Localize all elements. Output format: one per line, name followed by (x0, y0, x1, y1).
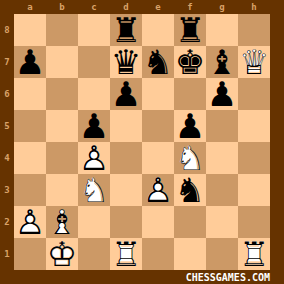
rank-label-2: 2 (0, 206, 14, 238)
square-a4[interactable] (14, 142, 46, 174)
piece-glyph-solid: ♞ (174, 174, 206, 206)
square-b7[interactable] (46, 46, 78, 78)
file-label-e: e (142, 0, 174, 14)
square-a6[interactable] (14, 78, 46, 110)
square-c8[interactable] (78, 14, 110, 46)
piece-white-pawn[interactable]: ♟♙ (14, 206, 46, 238)
square-e2[interactable] (142, 206, 174, 238)
square-a7[interactable]: ♟ (14, 46, 46, 78)
piece-white-rook[interactable]: ♜♖ (110, 238, 142, 270)
rank-label-3: 3 (0, 174, 14, 206)
square-e7[interactable]: ♞ (142, 46, 174, 78)
piece-glyph-solid: ♟ (14, 46, 46, 78)
piece-glyph-solid: ♟ (110, 78, 142, 110)
piece-white-king[interactable]: ♚♔ (46, 238, 78, 270)
rank-label-7: 7 (0, 46, 14, 78)
square-f2[interactable] (174, 206, 206, 238)
square-f3[interactable]: ♞ (174, 174, 206, 206)
square-h7[interactable]: ♛♕ (238, 46, 270, 78)
rank-label-6: 6 (0, 78, 14, 110)
square-g4[interactable] (206, 142, 238, 174)
piece-black-pawn[interactable]: ♟ (206, 78, 238, 110)
square-a5[interactable] (14, 110, 46, 142)
piece-glyph-solid: ♚ (174, 46, 206, 78)
square-d6[interactable]: ♟ (110, 78, 142, 110)
square-a2[interactable]: ♟♙ (14, 206, 46, 238)
file-label-a: a (14, 0, 46, 14)
square-h6[interactable] (238, 78, 270, 110)
square-b1[interactable]: ♚♔ (46, 238, 78, 270)
square-c2[interactable] (78, 206, 110, 238)
square-e1[interactable] (142, 238, 174, 270)
square-g1[interactable] (206, 238, 238, 270)
rank-label-4: 4 (0, 142, 14, 174)
rank-label-1: 1 (0, 238, 14, 270)
piece-black-king[interactable]: ♚ (174, 46, 206, 78)
square-g6[interactable]: ♟ (206, 78, 238, 110)
square-c3[interactable]: ♞♘ (78, 174, 110, 206)
square-h5[interactable] (238, 110, 270, 142)
piece-white-rook[interactable]: ♜♖ (238, 238, 270, 270)
square-h3[interactable] (238, 174, 270, 206)
file-label-h: h (238, 0, 270, 14)
file-label-b: b (46, 0, 78, 14)
piece-glyph-solid: ♟ (206, 78, 238, 110)
square-g2[interactable] (206, 206, 238, 238)
square-c1[interactable] (78, 238, 110, 270)
piece-black-knight[interactable]: ♞ (142, 46, 174, 78)
square-b5[interactable] (46, 110, 78, 142)
piece-glyph-outline: ♖ (110, 238, 142, 270)
square-h1[interactable]: ♜♖ (238, 238, 270, 270)
piece-glyph-outline: ♙ (14, 206, 46, 238)
square-e5[interactable] (142, 110, 174, 142)
rank-labels: 87654321 (0, 14, 14, 270)
square-d5[interactable] (110, 110, 142, 142)
square-c7[interactable] (78, 46, 110, 78)
square-d3[interactable] (110, 174, 142, 206)
square-h4[interactable] (238, 142, 270, 174)
piece-black-pawn[interactable]: ♟ (110, 78, 142, 110)
square-g3[interactable] (206, 174, 238, 206)
piece-black-knight[interactable]: ♞ (174, 174, 206, 206)
square-b4[interactable] (46, 142, 78, 174)
piece-glyph-outline: ♖ (238, 238, 270, 270)
rank-label-5: 5 (0, 110, 14, 142)
square-d1[interactable]: ♜♖ (110, 238, 142, 270)
chessgames-watermark: CHESSGAMES.COM (186, 272, 270, 283)
square-d4[interactable] (110, 142, 142, 174)
square-e3[interactable]: ♟♙ (142, 174, 174, 206)
piece-glyph-outline: ♕ (238, 46, 270, 78)
square-g5[interactable] (206, 110, 238, 142)
piece-white-queen[interactable]: ♛♕ (238, 46, 270, 78)
file-labels: abcdefgh (14, 0, 270, 14)
rank-label-8: 8 (0, 14, 14, 46)
piece-glyph-outline: ♘ (78, 174, 110, 206)
file-label-g: g (206, 0, 238, 14)
piece-white-pawn[interactable]: ♟♙ (142, 174, 174, 206)
board-grid: ♜♜♟♛♞♚♝♛♕♟♟♟♟♟♙♞♘♞♘♟♙♞♟♙♝♗♚♔♜♖♜♖ (14, 14, 270, 270)
square-b8[interactable] (46, 14, 78, 46)
square-e6[interactable] (142, 78, 174, 110)
piece-glyph-solid: ♞ (142, 46, 174, 78)
piece-glyph-outline: ♙ (142, 174, 174, 206)
square-b6[interactable] (46, 78, 78, 110)
square-a1[interactable] (14, 238, 46, 270)
piece-glyph-outline: ♔ (46, 238, 78, 270)
chess-board-diagram: abcdefgh 87654321 ♜♜♟♛♞♚♝♛♕♟♟♟♟♟♙♞♘♞♘♟♙♞… (0, 0, 284, 284)
square-f7[interactable]: ♚ (174, 46, 206, 78)
piece-white-knight[interactable]: ♞♘ (78, 174, 110, 206)
piece-black-pawn[interactable]: ♟ (14, 46, 46, 78)
square-f1[interactable] (174, 238, 206, 270)
file-label-c: c (78, 0, 110, 14)
